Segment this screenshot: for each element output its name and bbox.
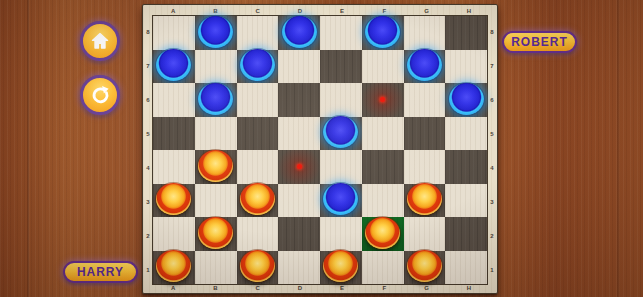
blue-piece-e3[interactable] bbox=[323, 183, 358, 215]
rank-label-2: 2 bbox=[488, 219, 496, 253]
opponent-name-label: ROBERT bbox=[511, 35, 568, 49]
file-label-f: F bbox=[363, 6, 405, 15]
square-b8[interactable] bbox=[195, 16, 237, 50]
square-c2 bbox=[237, 217, 279, 251]
square-h2[interactable] bbox=[445, 217, 487, 251]
file-label-b: B bbox=[194, 6, 236, 15]
blue-piece-c7[interactable] bbox=[240, 49, 275, 81]
square-c8 bbox=[237, 16, 279, 50]
rank-label-8: 8 bbox=[488, 15, 496, 49]
rank-label-4: 4 bbox=[488, 151, 496, 185]
restart-icon bbox=[90, 85, 111, 106]
rank-label-6: 6 bbox=[488, 83, 496, 117]
blue-piece-a7[interactable] bbox=[156, 49, 191, 81]
square-h3 bbox=[445, 184, 487, 218]
square-h6[interactable] bbox=[445, 83, 487, 117]
square-a7[interactable] bbox=[153, 50, 195, 84]
home-icon bbox=[90, 31, 110, 51]
blue-piece-b8[interactable] bbox=[198, 16, 233, 48]
square-g7[interactable] bbox=[404, 50, 446, 84]
square-c1[interactable] bbox=[237, 251, 279, 285]
square-b3 bbox=[195, 184, 237, 218]
orange-piece-c1[interactable] bbox=[240, 250, 275, 282]
square-g6 bbox=[404, 83, 446, 117]
square-d6[interactable] bbox=[278, 83, 320, 117]
square-h5 bbox=[445, 117, 487, 151]
square-g2 bbox=[404, 217, 446, 251]
orange-piece-e1[interactable] bbox=[323, 250, 358, 282]
square-f7 bbox=[362, 50, 404, 84]
square-a8 bbox=[153, 16, 195, 50]
square-b7 bbox=[195, 50, 237, 84]
square-f2[interactable] bbox=[362, 217, 404, 251]
rank-label-7: 7 bbox=[488, 49, 496, 83]
rank-label-1: 1 bbox=[144, 253, 152, 287]
rank-label-4: 4 bbox=[144, 151, 152, 185]
square-e3[interactable] bbox=[320, 184, 362, 218]
square-a6 bbox=[153, 83, 195, 117]
square-d8[interactable] bbox=[278, 16, 320, 50]
move-hint-dot-d4[interactable] bbox=[297, 164, 302, 169]
rank-label-5: 5 bbox=[488, 117, 496, 151]
orange-piece-b4[interactable] bbox=[198, 150, 233, 182]
square-c7[interactable] bbox=[237, 50, 279, 84]
square-c4 bbox=[237, 150, 279, 184]
square-h1 bbox=[445, 251, 487, 285]
square-h4[interactable] bbox=[445, 150, 487, 184]
square-f4[interactable] bbox=[362, 150, 404, 184]
orange-piece-b2[interactable] bbox=[198, 217, 233, 249]
orange-piece-f2[interactable] bbox=[365, 217, 400, 249]
orange-piece-a1[interactable] bbox=[156, 250, 191, 282]
rank-label-3: 3 bbox=[488, 185, 496, 219]
rank-label-5: 5 bbox=[144, 117, 152, 151]
blue-piece-h6[interactable] bbox=[449, 83, 484, 115]
orange-piece-g1[interactable] bbox=[407, 250, 442, 282]
rank-label-2: 2 bbox=[144, 219, 152, 253]
player-name-label: HARRY bbox=[77, 265, 124, 279]
square-h7 bbox=[445, 50, 487, 84]
blue-piece-f8[interactable] bbox=[365, 16, 400, 48]
square-e8 bbox=[320, 16, 362, 50]
rank-label-8: 8 bbox=[144, 15, 152, 49]
file-label-d: D bbox=[279, 6, 321, 15]
square-d1 bbox=[278, 251, 320, 285]
square-e2 bbox=[320, 217, 362, 251]
blue-piece-e5[interactable] bbox=[323, 116, 358, 148]
file-label-h: H bbox=[448, 6, 490, 15]
square-h8[interactable] bbox=[445, 16, 487, 50]
file-label-a: A bbox=[152, 6, 194, 15]
square-d7 bbox=[278, 50, 320, 84]
square-c5[interactable] bbox=[237, 117, 279, 151]
square-e7[interactable] bbox=[320, 50, 362, 84]
square-a2 bbox=[153, 217, 195, 251]
square-g3[interactable] bbox=[404, 184, 446, 218]
square-a4 bbox=[153, 150, 195, 184]
square-b5 bbox=[195, 117, 237, 151]
square-a1[interactable] bbox=[153, 251, 195, 285]
rank-label-1: 1 bbox=[488, 253, 496, 287]
orange-piece-g3[interactable] bbox=[407, 183, 442, 215]
rank-labels-left: 87654321 bbox=[144, 15, 152, 287]
square-e4 bbox=[320, 150, 362, 184]
rank-label-6: 6 bbox=[144, 83, 152, 117]
blue-piece-b6[interactable] bbox=[198, 83, 233, 115]
square-b2[interactable] bbox=[195, 217, 237, 251]
blue-piece-d8[interactable] bbox=[282, 16, 317, 48]
player-name-badge: HARRY bbox=[63, 261, 138, 283]
rank-label-3: 3 bbox=[144, 185, 152, 219]
square-d4[interactable] bbox=[278, 150, 320, 184]
square-d5 bbox=[278, 117, 320, 151]
opponent-name-badge: ROBERT bbox=[502, 31, 577, 53]
square-f3 bbox=[362, 184, 404, 218]
square-c3[interactable] bbox=[237, 184, 279, 218]
orange-piece-c3[interactable] bbox=[240, 183, 275, 215]
square-b1 bbox=[195, 251, 237, 285]
square-d2[interactable] bbox=[278, 217, 320, 251]
square-b4[interactable] bbox=[195, 150, 237, 184]
rank-labels-right: 87654321 bbox=[488, 15, 496, 287]
square-e5[interactable] bbox=[320, 117, 362, 151]
board-grid bbox=[152, 15, 488, 285]
square-a3[interactable] bbox=[153, 184, 195, 218]
home-button[interactable] bbox=[80, 21, 120, 61]
square-g4 bbox=[404, 150, 446, 184]
square-a5[interactable] bbox=[153, 117, 195, 151]
square-e1[interactable] bbox=[320, 251, 362, 285]
file-label-g: G bbox=[406, 6, 448, 15]
checkers-board: ABCDEFGH ABCDEFGH 87654321 87654321 bbox=[142, 4, 498, 294]
square-c6 bbox=[237, 83, 279, 117]
file-labels-top: ABCDEFGH bbox=[152, 6, 490, 15]
orange-piece-a3[interactable] bbox=[156, 183, 191, 215]
file-label-c: C bbox=[237, 6, 279, 15]
square-f1 bbox=[362, 251, 404, 285]
square-f5 bbox=[362, 117, 404, 151]
square-d3 bbox=[278, 184, 320, 218]
restart-button[interactable] bbox=[80, 75, 120, 115]
file-label-e: E bbox=[321, 6, 363, 15]
square-g1[interactable] bbox=[404, 251, 446, 285]
blue-piece-g7[interactable] bbox=[407, 49, 442, 81]
square-g8 bbox=[404, 16, 446, 50]
square-g5[interactable] bbox=[404, 117, 446, 151]
square-f6[interactable] bbox=[362, 83, 404, 117]
move-hint-dot-f6[interactable] bbox=[380, 97, 385, 102]
square-e6 bbox=[320, 83, 362, 117]
game-screen: ROBERT HARRY ABCDEFGH ABCDEFGH 87654321 … bbox=[0, 0, 643, 297]
square-f8[interactable] bbox=[362, 16, 404, 50]
square-b6[interactable] bbox=[195, 83, 237, 117]
rank-label-7: 7 bbox=[144, 49, 152, 83]
